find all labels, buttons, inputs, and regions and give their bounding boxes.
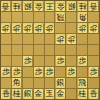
- piece-pawn-gote[interactable]: 歩: [89, 23, 98, 33]
- cell-7i[interactable]: 銀: [23, 89, 34, 100]
- piece-knight-gote[interactable]: 桂: [12, 1, 21, 11]
- cell-6c[interactable]: 歩: [34, 23, 45, 34]
- cell-5f[interactable]: [45, 56, 56, 67]
- cell-9h[interactable]: [1, 78, 12, 89]
- piece-pawn-gote[interactable]: 歩: [78, 23, 87, 33]
- piece-pawn-gote[interactable]: 歩: [1, 23, 10, 33]
- cell-4a[interactable]: 金: [55, 1, 66, 12]
- cell-1g[interactable]: 歩: [88, 67, 99, 78]
- piece-pawn-gote[interactable]: 歩: [12, 23, 21, 33]
- cell-1h[interactable]: [88, 78, 99, 89]
- cell-1e[interactable]: [88, 45, 99, 56]
- piece-pawn-sente[interactable]: 歩: [23, 56, 32, 66]
- piece-pawn-sente[interactable]: 歩: [12, 67, 21, 77]
- cell-8b[interactable]: [12, 12, 23, 23]
- piece-pawn-sente[interactable]: 歩: [45, 67, 54, 77]
- cell-7b[interactable]: [23, 12, 34, 23]
- cell-7c[interactable]: 歩: [23, 23, 34, 34]
- cell-5h[interactable]: [45, 78, 56, 89]
- piece-silver-sente[interactable]: 銀: [56, 78, 65, 88]
- piece-pawn-gote[interactable]: 歩: [23, 23, 32, 33]
- cell-9d[interactable]: [1, 34, 12, 45]
- cell-4e[interactable]: [55, 45, 66, 56]
- piece-pawn-sente[interactable]: 歩: [78, 56, 87, 66]
- cell-7g[interactable]: [23, 67, 34, 78]
- cell-8g[interactable]: 歩: [12, 67, 23, 78]
- cell-8i[interactable]: 桂: [12, 89, 23, 100]
- piece-gold-sente[interactable]: 金: [56, 89, 65, 99]
- piece-knight-sente[interactable]: 桂: [78, 89, 87, 99]
- piece-pawn-gote[interactable]: 歩: [45, 23, 54, 33]
- cell-6a[interactable]: 金: [34, 1, 45, 12]
- cell-8e[interactable]: [12, 45, 23, 56]
- piece-pawn-gote[interactable]: 歩: [67, 34, 76, 44]
- cell-9b[interactable]: [1, 12, 12, 23]
- cell-8c[interactable]: 歩: [12, 23, 23, 34]
- cell-2d[interactable]: [77, 34, 88, 45]
- cell-1f[interactable]: [88, 56, 99, 67]
- cell-5i[interactable]: 玉: [45, 89, 56, 100]
- piece-silver-sente[interactable]: 銀: [23, 89, 32, 99]
- piece-rook-gote[interactable]: 飛: [56, 12, 65, 22]
- piece-bishop-gote[interactable]: 角: [78, 12, 87, 22]
- cell-9i[interactable]: 香: [1, 89, 12, 100]
- piece-king-sente[interactable]: 玉: [45, 89, 54, 99]
- cell-2g[interactable]: [77, 67, 88, 78]
- piece-bishop-sente[interactable]: 角: [12, 78, 21, 88]
- cell-2i[interactable]: 桂: [77, 89, 88, 100]
- cell-5d[interactable]: [45, 34, 56, 45]
- cell-1c[interactable]: 歩: [88, 23, 99, 34]
- cell-6i[interactable]: 金: [34, 89, 45, 100]
- cell-1d[interactable]: [88, 34, 99, 45]
- cell-5a[interactable]: 王: [45, 1, 56, 12]
- piece-lance-sente[interactable]: 香: [89, 89, 98, 99]
- cell-3g[interactable]: 歩: [66, 67, 77, 78]
- piece-gold-sente[interactable]: 金: [34, 89, 43, 99]
- piece-silver-gote[interactable]: 銀: [67, 1, 76, 11]
- cell-3h[interactable]: [66, 78, 77, 89]
- piece-pawn-sente[interactable]: 歩: [67, 67, 76, 77]
- piece-pawn-sente[interactable]: 歩: [56, 56, 65, 66]
- cell-4h[interactable]: 銀: [55, 78, 66, 89]
- cell-7h[interactable]: [23, 78, 34, 89]
- piece-king-gote[interactable]: 王: [45, 1, 54, 11]
- cell-8a[interactable]: 桂: [12, 1, 23, 12]
- piece-pawn-sente[interactable]: 歩: [1, 67, 10, 77]
- cell-7f[interactable]: 歩: [23, 56, 34, 67]
- piece-gold-gote[interactable]: 金: [34, 1, 43, 11]
- piece-pawn-gote[interactable]: 歩: [34, 23, 43, 33]
- cell-8d[interactable]: [12, 34, 23, 45]
- cell-6d[interactable]: [34, 34, 45, 45]
- cell-8h[interactable]: 角: [12, 78, 23, 89]
- cell-2f[interactable]: 歩: [77, 56, 88, 67]
- cell-6b[interactable]: [34, 12, 45, 23]
- cell-4d[interactable]: 歩: [55, 34, 66, 45]
- cell-8f[interactable]: [12, 56, 23, 67]
- cell-6h[interactable]: [34, 78, 45, 89]
- cell-2c[interactable]: 歩: [77, 23, 88, 34]
- cell-3b[interactable]: [66, 12, 77, 23]
- cell-1b[interactable]: [88, 12, 99, 23]
- piece-knight-sente[interactable]: 桂: [12, 89, 21, 99]
- cell-9g[interactable]: 歩: [1, 67, 12, 78]
- cell-2b[interactable]: 角: [77, 12, 88, 23]
- cell-4b[interactable]: 飛: [55, 12, 66, 23]
- cell-9c[interactable]: 歩: [1, 23, 12, 34]
- cell-6g[interactable]: 歩: [34, 67, 45, 78]
- cell-1i[interactable]: 香: [88, 89, 99, 100]
- cell-6e[interactable]: [34, 45, 45, 56]
- cell-2e[interactable]: [77, 45, 88, 56]
- shogi-board: 香桂銀金王金銀桂香飛角歩歩歩歩歩歩歩歩歩歩歩歩歩歩歩歩歩歩角銀飛香桂銀金玉金桂香: [0, 0, 100, 100]
- cell-4g[interactable]: [55, 67, 66, 78]
- cell-3i[interactable]: [66, 89, 77, 100]
- cell-3e[interactable]: [66, 45, 77, 56]
- piece-lance-gote[interactable]: 香: [1, 1, 10, 11]
- cell-3f[interactable]: [66, 56, 77, 67]
- piece-lance-sente[interactable]: 香: [1, 89, 10, 99]
- piece-lance-gote[interactable]: 香: [89, 1, 98, 11]
- cell-3a[interactable]: 銀: [66, 1, 77, 12]
- cell-5b[interactable]: [45, 12, 56, 23]
- cell-7a[interactable]: 銀: [23, 1, 34, 12]
- cell-9e[interactable]: [1, 45, 12, 56]
- cell-6f[interactable]: [34, 56, 45, 67]
- cell-5g[interactable]: 歩: [45, 67, 56, 78]
- cell-9f[interactable]: [1, 56, 12, 67]
- cell-1a[interactable]: 香: [88, 1, 99, 12]
- piece-knight-gote[interactable]: 桂: [78, 1, 87, 11]
- cell-3c[interactable]: [66, 23, 77, 34]
- cell-7e[interactable]: [23, 45, 34, 56]
- cell-5c[interactable]: 歩: [45, 23, 56, 34]
- cell-2a[interactable]: 桂: [77, 1, 88, 12]
- cell-3d[interactable]: 歩: [66, 34, 77, 45]
- cell-5e[interactable]: [45, 45, 56, 56]
- cell-2h[interactable]: 飛: [77, 78, 88, 89]
- cell-4c[interactable]: [55, 23, 66, 34]
- piece-rook-sente[interactable]: 飛: [78, 78, 87, 88]
- cell-4i[interactable]: 金: [55, 89, 66, 100]
- piece-pawn-sente[interactable]: 歩: [89, 67, 98, 77]
- cell-9a[interactable]: 香: [1, 1, 12, 12]
- piece-gold-gote[interactable]: 金: [56, 1, 65, 11]
- piece-pawn-sente[interactable]: 歩: [34, 67, 43, 77]
- cell-4f[interactable]: 歩: [55, 56, 66, 67]
- piece-silver-gote[interactable]: 銀: [23, 1, 32, 11]
- piece-pawn-gote[interactable]: 歩: [56, 34, 65, 44]
- cell-7d[interactable]: [23, 34, 34, 45]
